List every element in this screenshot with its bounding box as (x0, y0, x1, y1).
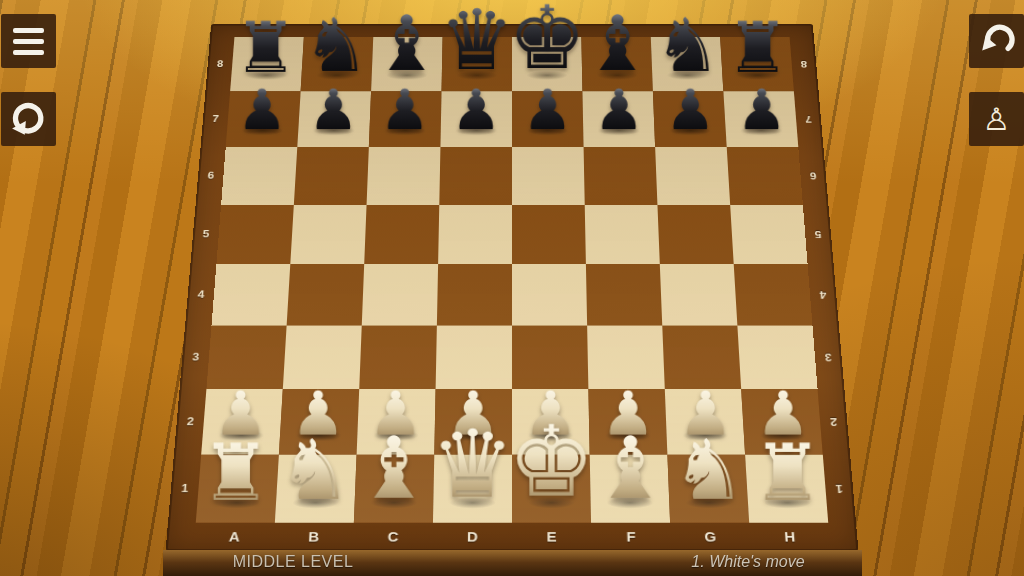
pawn-piece-icon: ♙ (983, 104, 1011, 135)
square-d1[interactable]: ♛ (433, 455, 512, 523)
square-f5[interactable] (585, 205, 660, 264)
menu-button[interactable] (1, 14, 56, 68)
rank-label-right-4: 4 (815, 289, 832, 301)
chess-board: ♜♞♝♛♚♝♞♜♟♟♟♟♟♟♟♟♟♟♟♟♟♟♟♟♜♞♝♛♚♝♞♜88A77B66… (166, 24, 859, 551)
square-g5[interactable] (657, 205, 733, 264)
square-h4[interactable] (734, 264, 813, 325)
file-label-h: H (750, 529, 830, 544)
file-label-a: A (194, 529, 274, 544)
rank-label-right-6: 6 (805, 170, 822, 181)
square-f6[interactable] (584, 147, 658, 205)
square-e4[interactable] (512, 264, 587, 325)
square-h1[interactable]: ♜ (745, 455, 828, 523)
square-b6[interactable] (294, 147, 369, 205)
square-d4[interactable] (437, 264, 512, 325)
file-label-c: C (353, 529, 433, 544)
square-h7[interactable]: ♟ (723, 91, 798, 147)
move-indicator-label: 1. White's move (633, 553, 863, 571)
square-c4[interactable] (362, 264, 438, 325)
file-label-g: G (670, 529, 750, 544)
square-c5[interactable] (364, 205, 439, 264)
rank-label-left-6: 6 (203, 170, 220, 181)
piece-white-rook-h1[interactable]: ♜ (738, 433, 838, 512)
square-e5[interactable] (512, 205, 586, 264)
rotate-board-icon (10, 100, 48, 138)
game-screen: ♜♞♝♛♚♝♞♜♟♟♟♟♟♟♟♟♟♟♟♟♟♟♟♟♜♞♝♛♚♝♞♜88A77B66… (0, 0, 1024, 576)
square-a6[interactable] (221, 147, 297, 205)
square-h6[interactable] (727, 147, 803, 205)
square-d6[interactable] (439, 147, 512, 205)
file-label-e: E (512, 529, 591, 544)
square-g6[interactable] (655, 147, 730, 205)
difficulty-level-label: MIDDLE LEVEL (183, 553, 403, 571)
undo-move-icon (978, 22, 1016, 60)
rank-label-left-3: 3 (187, 351, 204, 363)
rotate-board-button[interactable] (1, 92, 56, 146)
square-a4[interactable] (211, 264, 290, 325)
square-b5[interactable] (290, 205, 366, 264)
square-g4[interactable] (660, 264, 738, 325)
square-d5[interactable] (438, 205, 512, 264)
file-label-d: D (433, 529, 512, 544)
file-label-b: B (274, 529, 354, 544)
file-label-f: F (591, 529, 671, 544)
rank-label-left-5: 5 (197, 228, 214, 239)
rank-label-right-5: 5 (810, 228, 827, 239)
piece-style-button[interactable]: ♙ (969, 92, 1024, 146)
status-bar: MIDDLE LEVEL 1. White's move (163, 550, 862, 576)
hamburger-menu-icon (13, 28, 44, 55)
board-grid: ♜♞♝♛♚♝♞♜♟♟♟♟♟♟♟♟♟♟♟♟♟♟♟♟♜♞♝♛♚♝♞♜88A77B66… (196, 37, 828, 523)
undo-button[interactable] (969, 14, 1024, 68)
square-b4[interactable] (287, 264, 365, 325)
square-c6[interactable] (367, 147, 441, 205)
square-e6[interactable] (512, 147, 585, 205)
rank-label-right-3: 3 (820, 351, 837, 363)
piece-black-pawn-h7[interactable]: ♟ (717, 82, 808, 138)
square-d7[interactable]: ♟ (440, 91, 512, 147)
piece-black-rook-h8[interactable]: ♜ (713, 12, 802, 82)
square-h5[interactable] (730, 205, 807, 264)
square-a5[interactable] (216, 205, 293, 264)
square-f4[interactable] (586, 264, 662, 325)
rank-label-left-4: 4 (192, 289, 209, 301)
